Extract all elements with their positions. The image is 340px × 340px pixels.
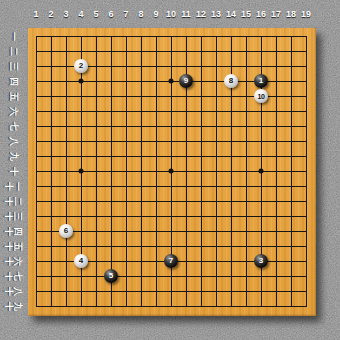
move-number: 3 [259, 257, 263, 265]
white-stone-2[interactable]: 2 [74, 59, 88, 73]
row-label: 二 [0, 46, 26, 57]
row-label: 十八 [0, 286, 26, 297]
move-number: 7 [169, 257, 173, 265]
black-stone-7[interactable]: 7 [164, 254, 178, 268]
row-label: 一 [0, 31, 26, 42]
row-label: 三 [0, 61, 26, 72]
black-stone-9[interactable]: 9 [179, 74, 193, 88]
white-stone-6[interactable]: 6 [59, 224, 73, 238]
row-label: 十五 [0, 241, 26, 252]
move-number: 4 [79, 257, 83, 265]
black-stone-5[interactable]: 5 [104, 269, 118, 283]
star-point [169, 79, 174, 84]
white-stone-10[interactable]: 10 [254, 89, 268, 103]
row-label: 十 [0, 166, 26, 177]
star-point [169, 169, 174, 174]
move-number: 10 [258, 93, 265, 100]
move-number: 5 [109, 272, 113, 280]
row-label: 十九 [0, 301, 26, 312]
row-label: 八 [0, 136, 26, 147]
white-stone-8[interactable]: 8 [224, 74, 238, 88]
row-label: 五 [0, 91, 26, 102]
move-number: 6 [64, 227, 68, 235]
column-label: 19 [297, 9, 315, 19]
go-diagram: 12345678910111213141516171819 一二三四五六七八九十… [0, 0, 340, 340]
row-label: 十七 [0, 271, 26, 282]
row-label: 十二 [0, 196, 26, 207]
row-label: 九 [0, 151, 26, 162]
move-number: 8 [229, 77, 233, 85]
move-number: 2 [79, 62, 83, 70]
star-point [259, 169, 264, 174]
row-label: 六 [0, 106, 26, 117]
black-stone-3[interactable]: 3 [254, 254, 268, 268]
star-point [79, 79, 84, 84]
move-number: 1 [259, 77, 263, 85]
row-label: 十六 [0, 256, 26, 267]
row-label: 四 [0, 76, 26, 87]
move-number: 9 [184, 77, 188, 85]
row-label: 十三 [0, 211, 26, 222]
black-stone-1[interactable]: 1 [254, 74, 268, 88]
row-label: 七 [0, 121, 26, 132]
star-point [79, 169, 84, 174]
row-label: 十一 [0, 181, 26, 192]
row-label: 十四 [0, 226, 26, 237]
go-board[interactable]: 12345678910 [28, 28, 316, 316]
white-stone-4[interactable]: 4 [74, 254, 88, 268]
